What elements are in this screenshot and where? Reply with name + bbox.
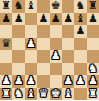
square-d8[interactable] bbox=[37, 0, 49, 13]
square-g7[interactable]: ♝ bbox=[74, 13, 86, 26]
square-f2[interactable]: ♟ bbox=[62, 75, 74, 88]
black-pawn-piece[interactable]: ♟ bbox=[76, 25, 86, 37]
square-d3[interactable] bbox=[37, 63, 49, 76]
white-rook-piece[interactable]: ♜ bbox=[88, 88, 98, 100]
square-e5[interactable] bbox=[50, 38, 62, 51]
square-h1[interactable]: ♜ bbox=[87, 88, 99, 101]
square-a1[interactable]: ♜ bbox=[0, 88, 12, 101]
square-f3[interactable] bbox=[62, 63, 74, 76]
square-g2[interactable]: ♟ bbox=[74, 75, 86, 88]
black-pawn-piece[interactable]: ♟ bbox=[88, 13, 98, 25]
square-g4[interactable] bbox=[74, 50, 86, 63]
square-c8[interactable]: ♝ bbox=[25, 0, 37, 13]
square-e8[interactable]: ♚ bbox=[50, 0, 62, 13]
white-pawn-piece[interactable]: ♟ bbox=[76, 75, 86, 87]
square-c7[interactable] bbox=[25, 13, 37, 26]
square-h8[interactable]: ♜ bbox=[87, 0, 99, 13]
black-rook-piece[interactable]: ♜ bbox=[88, 0, 98, 12]
square-g1[interactable] bbox=[74, 88, 86, 101]
black-pawn-piece[interactable]: ♟ bbox=[51, 13, 61, 25]
square-f8[interactable] bbox=[62, 0, 74, 13]
square-e2[interactable] bbox=[50, 75, 62, 88]
white-pawn-piece[interactable]: ♟ bbox=[51, 50, 61, 62]
square-b3[interactable] bbox=[12, 63, 24, 76]
square-c6[interactable] bbox=[25, 25, 37, 38]
square-e4[interactable]: ♟ bbox=[50, 50, 62, 63]
black-pawn-piece[interactable]: ♟ bbox=[63, 13, 73, 25]
black-pawn-piece[interactable]: ♟ bbox=[38, 13, 48, 25]
square-f5[interactable] bbox=[62, 38, 74, 51]
white-knight-piece[interactable]: ♞ bbox=[14, 88, 24, 100]
square-d7[interactable]: ♟ bbox=[37, 13, 49, 26]
square-h3[interactable]: ♞ bbox=[87, 63, 99, 76]
square-e3[interactable] bbox=[50, 63, 62, 76]
square-c2[interactable]: ♟ bbox=[25, 75, 37, 88]
square-a5[interactable]: ♛ bbox=[0, 38, 12, 51]
square-b7[interactable]: ♟ bbox=[12, 13, 24, 26]
white-pawn-piece[interactable]: ♟ bbox=[14, 75, 24, 87]
square-c1[interactable]: ♝ bbox=[25, 88, 37, 101]
white-rook-piece[interactable]: ♜ bbox=[1, 88, 11, 100]
black-bishop-piece[interactable]: ♝ bbox=[76, 13, 86, 25]
black-queen-piece[interactable]: ♛ bbox=[1, 38, 11, 50]
square-c5[interactable]: ♟ bbox=[25, 38, 37, 51]
square-g8[interactable]: ♞ bbox=[74, 0, 86, 13]
white-knight-piece[interactable]: ♞ bbox=[88, 63, 98, 75]
white-bishop-piece[interactable]: ♝ bbox=[63, 88, 73, 100]
square-d6[interactable] bbox=[37, 25, 49, 38]
white-pawn-piece[interactable]: ♟ bbox=[1, 75, 11, 87]
square-b5[interactable] bbox=[12, 38, 24, 51]
white-king-piece[interactable]: ♚ bbox=[51, 88, 61, 100]
square-b2[interactable]: ♟ bbox=[12, 75, 24, 88]
square-h2[interactable]: ♟ bbox=[87, 75, 99, 88]
square-a8[interactable]: ♜ bbox=[0, 0, 12, 13]
square-d5[interactable] bbox=[37, 38, 49, 51]
black-bishop-piece[interactable]: ♝ bbox=[26, 0, 36, 12]
square-f4[interactable] bbox=[62, 50, 74, 63]
square-g5[interactable] bbox=[74, 38, 86, 51]
square-h4[interactable] bbox=[87, 50, 99, 63]
square-h7[interactable]: ♟ bbox=[87, 13, 99, 26]
square-d1[interactable]: ♛ bbox=[37, 88, 49, 101]
white-queen-piece[interactable]: ♛ bbox=[38, 88, 48, 100]
square-e1[interactable]: ♚ bbox=[50, 88, 62, 101]
white-pawn-piece[interactable]: ♟ bbox=[88, 75, 98, 87]
square-d2[interactable] bbox=[37, 75, 49, 88]
chess-board-window: ♜♞♝♚♞♜♟♟♟♟♟♝♟♟♛♟♟♞♟♟♟♟♟♟♜♞♝♛♚♝♜ bbox=[0, 0, 99, 100]
square-d4[interactable] bbox=[37, 50, 49, 63]
black-knight-piece[interactable]: ♞ bbox=[14, 0, 24, 12]
square-f6[interactable] bbox=[62, 25, 74, 38]
square-b8[interactable]: ♞ bbox=[12, 0, 24, 13]
square-b6[interactable] bbox=[12, 25, 24, 38]
square-g3[interactable] bbox=[74, 63, 86, 76]
black-king-piece[interactable]: ♚ bbox=[51, 0, 61, 12]
square-a7[interactable]: ♟ bbox=[0, 13, 12, 26]
white-bishop-piece[interactable]: ♝ bbox=[26, 88, 36, 100]
square-h6[interactable] bbox=[87, 25, 99, 38]
black-rook-piece[interactable]: ♜ bbox=[1, 0, 11, 12]
black-pawn-piece[interactable]: ♟ bbox=[14, 13, 24, 25]
square-a3[interactable] bbox=[0, 63, 12, 76]
square-e7[interactable]: ♟ bbox=[50, 13, 62, 26]
black-pawn-piece[interactable]: ♟ bbox=[1, 13, 11, 25]
square-a4[interactable] bbox=[0, 50, 12, 63]
square-a2[interactable]: ♟ bbox=[0, 75, 12, 88]
white-pawn-piece[interactable]: ♟ bbox=[63, 75, 73, 87]
square-h5[interactable] bbox=[87, 38, 99, 51]
square-b4[interactable] bbox=[12, 50, 24, 63]
square-a6[interactable] bbox=[0, 25, 12, 38]
square-f7[interactable]: ♟ bbox=[62, 13, 74, 26]
square-f1[interactable]: ♝ bbox=[62, 88, 74, 101]
white-pawn-piece[interactable]: ♟ bbox=[26, 38, 36, 50]
square-e6[interactable] bbox=[50, 25, 62, 38]
white-pawn-piece[interactable]: ♟ bbox=[26, 75, 36, 87]
square-c4[interactable] bbox=[25, 50, 37, 63]
chess-board: ♜♞♝♚♞♜♟♟♟♟♟♝♟♟♛♟♟♞♟♟♟♟♟♟♜♞♝♛♚♝♜ bbox=[0, 0, 99, 100]
square-b1[interactable]: ♞ bbox=[12, 88, 24, 101]
black-knight-piece[interactable]: ♞ bbox=[76, 0, 86, 12]
square-g6[interactable]: ♟ bbox=[74, 25, 86, 38]
square-c3[interactable] bbox=[25, 63, 37, 76]
